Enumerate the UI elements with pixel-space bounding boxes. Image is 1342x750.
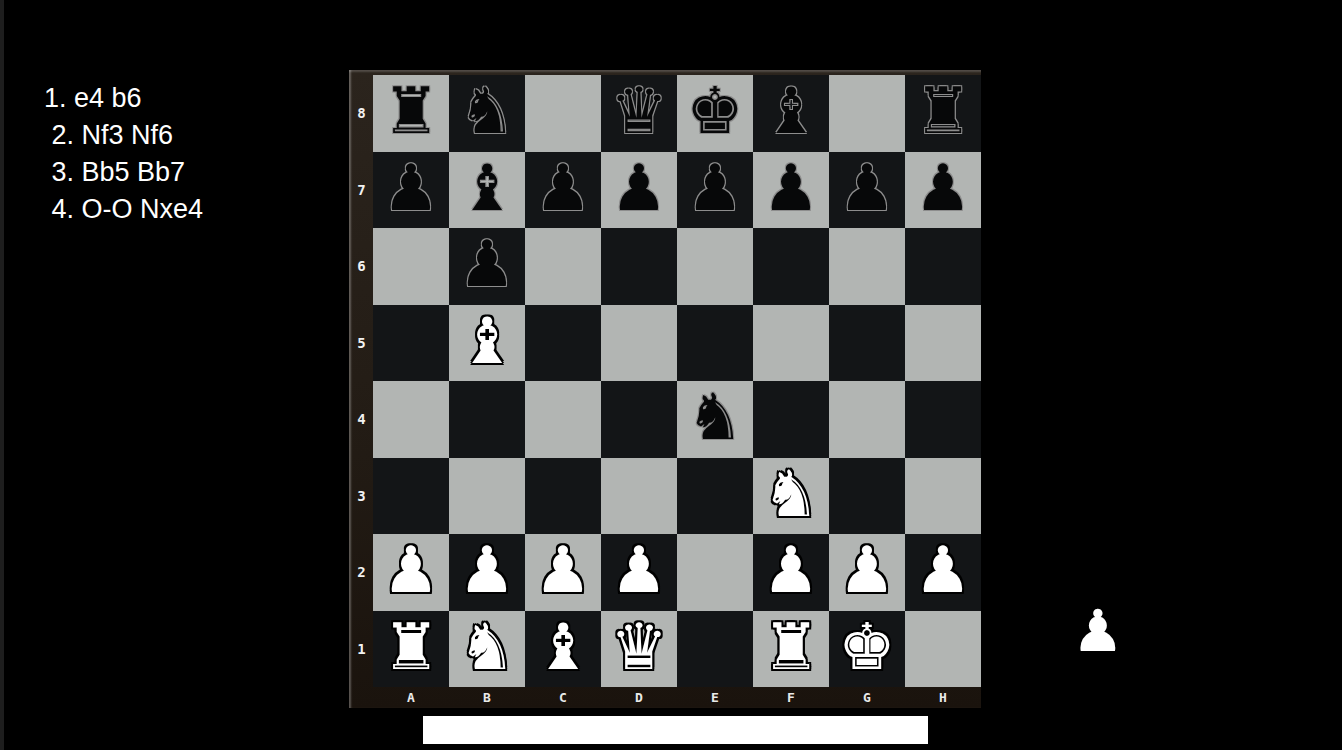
square-h8[interactable]: ♜ bbox=[905, 75, 981, 152]
piece-white-rook[interactable]: ♜ bbox=[382, 615, 439, 679]
piece-black-knight[interactable]: ♞ bbox=[686, 385, 743, 449]
move-line: 2. Nf3 Nf6 bbox=[44, 117, 203, 154]
square-f4[interactable] bbox=[753, 381, 829, 458]
rank-label-1: 1 bbox=[349, 611, 373, 688]
square-d2[interactable]: ♟ bbox=[601, 534, 677, 611]
square-a5[interactable] bbox=[373, 305, 449, 382]
square-b8[interactable]: ♞ bbox=[449, 75, 525, 152]
square-c3[interactable] bbox=[525, 458, 601, 535]
piece-white-bishop[interactable]: ♝ bbox=[458, 309, 515, 373]
square-c2[interactable]: ♟ bbox=[525, 534, 601, 611]
square-g5[interactable] bbox=[829, 305, 905, 382]
piece-black-knight[interactable]: ♞ bbox=[458, 79, 515, 143]
square-c1[interactable]: ♝ bbox=[525, 611, 601, 688]
move-line: 4. O-O Nxe4 bbox=[44, 191, 203, 228]
piece-black-bishop[interactable]: ♝ bbox=[762, 79, 819, 143]
square-h1[interactable] bbox=[905, 611, 981, 688]
square-d5[interactable] bbox=[601, 305, 677, 382]
square-d3[interactable] bbox=[601, 458, 677, 535]
piece-white-pawn[interactable]: ♟ bbox=[534, 538, 591, 602]
piece-black-pawn[interactable]: ♟ bbox=[762, 156, 819, 220]
square-f5[interactable] bbox=[753, 305, 829, 382]
rank-label-5: 5 bbox=[349, 305, 373, 382]
file-label-a: A bbox=[373, 687, 449, 708]
square-e4[interactable]: ♞ bbox=[677, 381, 753, 458]
piece-black-pawn[interactable]: ♟ bbox=[610, 156, 667, 220]
piece-white-queen[interactable]: ♛ bbox=[610, 615, 667, 679]
square-f3[interactable]: ♞ bbox=[753, 458, 829, 535]
square-g4[interactable] bbox=[829, 381, 905, 458]
square-e6[interactable] bbox=[677, 228, 753, 305]
square-e8[interactable]: ♚ bbox=[677, 75, 753, 152]
square-h4[interactable] bbox=[905, 381, 981, 458]
square-b1[interactable]: ♞ bbox=[449, 611, 525, 688]
piece-black-pawn[interactable]: ♟ bbox=[458, 232, 515, 296]
file-label-g: G bbox=[829, 687, 905, 708]
square-d8[interactable]: ♛ bbox=[601, 75, 677, 152]
square-b7[interactable]: ♝ bbox=[449, 152, 525, 229]
piece-black-pawn[interactable]: ♟ bbox=[382, 156, 439, 220]
piece-white-pawn[interactable]: ♟ bbox=[610, 538, 667, 602]
square-f6[interactable] bbox=[753, 228, 829, 305]
file-label-e: E bbox=[677, 687, 753, 708]
square-a8[interactable]: ♜ bbox=[373, 75, 449, 152]
captured-piece-tray: ♟ bbox=[1058, 586, 1138, 676]
piece-black-rook[interactable]: ♜ bbox=[914, 79, 971, 143]
file-label-b: B bbox=[449, 687, 525, 708]
file-label-c: C bbox=[525, 687, 601, 708]
file-labels: ABCDEFGH bbox=[373, 687, 981, 708]
square-f1[interactable]: ♜ bbox=[753, 611, 829, 688]
piece-black-queen[interactable]: ♛ bbox=[610, 79, 667, 143]
square-h2[interactable]: ♟ bbox=[905, 534, 981, 611]
square-d6[interactable] bbox=[601, 228, 677, 305]
square-e5[interactable] bbox=[677, 305, 753, 382]
square-b2[interactable]: ♟ bbox=[449, 534, 525, 611]
piece-white-pawn[interactable]: ♟ bbox=[458, 538, 515, 602]
square-a3[interactable] bbox=[373, 458, 449, 535]
square-e3[interactable] bbox=[677, 458, 753, 535]
square-g3[interactable] bbox=[829, 458, 905, 535]
chess-board: 87654321 ♜♞♛♚♝♜♟♝♟♟♟♟♟♟♟♝♞♞♟♟♟♟♟♟♟♜♞♝♛♜♚… bbox=[349, 70, 981, 708]
square-a2[interactable]: ♟ bbox=[373, 534, 449, 611]
file-label-h: H bbox=[905, 687, 981, 708]
rank-label-4: 4 bbox=[349, 381, 373, 458]
square-d4[interactable] bbox=[601, 381, 677, 458]
piece-black-rook[interactable]: ♜ bbox=[382, 79, 439, 143]
file-label-d: D bbox=[601, 687, 677, 708]
piece-white-king[interactable]: ♚ bbox=[838, 615, 895, 679]
rank-label-7: 7 bbox=[349, 152, 373, 229]
square-e1[interactable] bbox=[677, 611, 753, 688]
rank-label-6: 6 bbox=[349, 228, 373, 305]
square-b6[interactable]: ♟ bbox=[449, 228, 525, 305]
rank-label-2: 2 bbox=[349, 534, 373, 611]
captured-white-pawn: ♟ bbox=[1072, 602, 1124, 660]
piece-black-pawn[interactable]: ♟ bbox=[534, 156, 591, 220]
square-b5[interactable]: ♝ bbox=[449, 305, 525, 382]
piece-white-pawn[interactable]: ♟ bbox=[382, 538, 439, 602]
piece-white-knight[interactable]: ♞ bbox=[458, 615, 515, 679]
square-a7[interactable]: ♟ bbox=[373, 152, 449, 229]
piece-white-pawn[interactable]: ♟ bbox=[914, 538, 971, 602]
board-grid: ♜♞♛♚♝♜♟♝♟♟♟♟♟♟♟♝♞♞♟♟♟♟♟♟♟♜♞♝♛♜♚ bbox=[373, 75, 981, 687]
square-h6[interactable] bbox=[905, 228, 981, 305]
piece-black-pawn[interactable]: ♟ bbox=[838, 156, 895, 220]
piece-black-bishop[interactable]: ♝ bbox=[458, 156, 515, 220]
move-line: 3. Bb5 Bb7 bbox=[44, 154, 203, 191]
piece-black-king[interactable]: ♚ bbox=[686, 79, 743, 143]
window-edge bbox=[0, 0, 4, 750]
piece-black-pawn[interactable]: ♟ bbox=[914, 156, 971, 220]
square-e7[interactable]: ♟ bbox=[677, 152, 753, 229]
square-h3[interactable] bbox=[905, 458, 981, 535]
square-c5[interactable] bbox=[525, 305, 601, 382]
square-g8[interactable] bbox=[829, 75, 905, 152]
square-d1[interactable]: ♛ bbox=[601, 611, 677, 688]
move-line: 1. e4 b6 bbox=[44, 80, 203, 117]
piece-black-pawn[interactable]: ♟ bbox=[686, 156, 743, 220]
piece-white-rook[interactable]: ♜ bbox=[762, 615, 819, 679]
square-c7[interactable]: ♟ bbox=[525, 152, 601, 229]
square-b4[interactable] bbox=[449, 381, 525, 458]
square-g7[interactable]: ♟ bbox=[829, 152, 905, 229]
square-a1[interactable]: ♜ bbox=[373, 611, 449, 688]
status-bar bbox=[423, 716, 928, 744]
square-f2[interactable]: ♟ bbox=[753, 534, 829, 611]
rank-label-8: 8 bbox=[349, 75, 373, 152]
square-a4[interactable] bbox=[373, 381, 449, 458]
square-f7[interactable]: ♟ bbox=[753, 152, 829, 229]
square-g2[interactable]: ♟ bbox=[829, 534, 905, 611]
square-h5[interactable] bbox=[905, 305, 981, 382]
file-label-f: F bbox=[753, 687, 829, 708]
piece-white-pawn[interactable]: ♟ bbox=[762, 538, 819, 602]
square-g1[interactable]: ♚ bbox=[829, 611, 905, 688]
square-c8[interactable] bbox=[525, 75, 601, 152]
square-g6[interactable] bbox=[829, 228, 905, 305]
rank-label-3: 3 bbox=[349, 458, 373, 535]
square-b3[interactable] bbox=[449, 458, 525, 535]
square-h7[interactable]: ♟ bbox=[905, 152, 981, 229]
piece-white-bishop[interactable]: ♝ bbox=[534, 615, 591, 679]
piece-white-pawn[interactable]: ♟ bbox=[838, 538, 895, 602]
square-f8[interactable]: ♝ bbox=[753, 75, 829, 152]
move-list: 1. e4 b6 2. Nf3 Nf6 3. Bb5 Bb7 4. O-O Nx… bbox=[44, 80, 203, 228]
square-c4[interactable] bbox=[525, 381, 601, 458]
square-a6[interactable] bbox=[373, 228, 449, 305]
piece-white-knight[interactable]: ♞ bbox=[762, 462, 819, 526]
square-c6[interactable] bbox=[525, 228, 601, 305]
square-d7[interactable]: ♟ bbox=[601, 152, 677, 229]
square-e2[interactable] bbox=[677, 534, 753, 611]
rank-labels: 87654321 bbox=[349, 75, 373, 687]
